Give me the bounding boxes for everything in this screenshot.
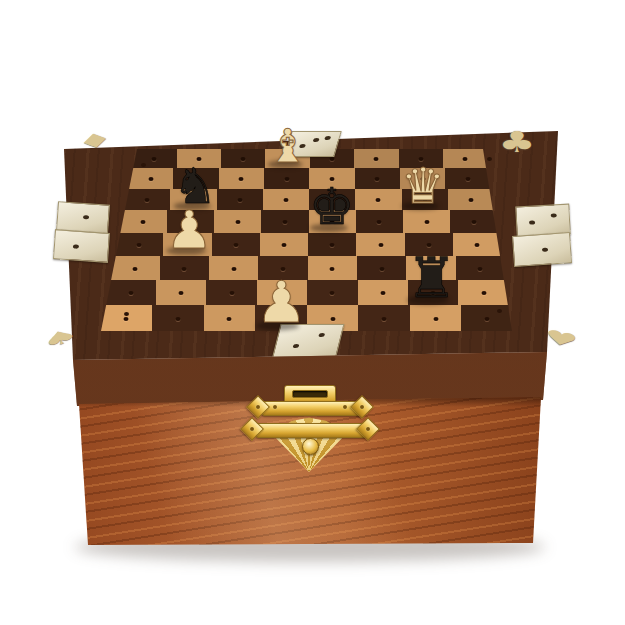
peg-hole — [433, 317, 438, 321]
peg-hole — [330, 243, 335, 247]
square-f7 — [355, 168, 400, 189]
peg-hole — [196, 157, 201, 161]
board-row-2 — [106, 280, 509, 306]
peg-hole — [380, 291, 385, 295]
peg-hole — [330, 267, 335, 271]
plate-dot — [529, 220, 535, 224]
peg-hole — [481, 291, 486, 295]
latch-stud — [360, 405, 364, 409]
peg-hole — [468, 198, 473, 202]
square-h7 — [445, 168, 490, 189]
peg-hole — [463, 157, 468, 161]
peg-hole — [466, 177, 471, 181]
peg-hole — [124, 312, 129, 316]
plate-dot — [299, 144, 306, 148]
plate-dot — [542, 247, 548, 251]
square-h3 — [456, 256, 505, 281]
peg-hole — [133, 267, 138, 271]
square-a4 — [115, 233, 163, 257]
domino-plate-left-lower — [53, 229, 110, 263]
peg-hole — [485, 317, 490, 321]
latch-stud — [256, 405, 260, 409]
square-a8 — [132, 149, 176, 169]
latch-bar-lower — [256, 423, 366, 438]
peg-hole — [278, 317, 283, 321]
square-b6 — [170, 189, 216, 211]
peg-hole — [420, 177, 425, 181]
peg-hole — [191, 198, 196, 202]
square-b8 — [177, 149, 221, 169]
peg-hole — [424, 220, 429, 224]
square-f5 — [356, 210, 403, 233]
square-b2 — [156, 280, 206, 306]
latch-slot — [292, 390, 328, 398]
peg-hole — [487, 157, 492, 161]
plate-dot — [73, 244, 79, 248]
square-d7 — [264, 168, 309, 189]
peg-hole — [237, 198, 242, 202]
peg-hole — [330, 157, 335, 161]
square-d3 — [258, 256, 307, 281]
peg-hole — [194, 177, 199, 181]
peg-hole — [330, 198, 335, 202]
domino-plate-right-lower — [512, 232, 572, 267]
peg-hole — [378, 243, 383, 247]
square-c1 — [204, 305, 256, 332]
square-c2 — [206, 280, 256, 306]
square-d2 — [257, 280, 307, 306]
square-g4 — [405, 233, 453, 257]
square-b4 — [163, 233, 211, 257]
peg-hole — [431, 291, 436, 295]
domino-plate-top — [284, 131, 341, 157]
peg-hole — [330, 177, 335, 181]
square-b5 — [167, 210, 214, 233]
peg-hole — [330, 220, 335, 224]
peg-hole — [376, 198, 381, 202]
domino-plate-bottom — [272, 324, 345, 360]
square-g1 — [410, 305, 462, 332]
square-a3 — [110, 256, 159, 281]
peg-hole — [148, 177, 153, 181]
peg-hole — [283, 198, 288, 202]
square-a1 — [101, 305, 153, 332]
square-a5 — [120, 210, 167, 233]
plate-dot — [325, 136, 332, 140]
square-c7 — [219, 168, 264, 189]
square-f1 — [358, 305, 410, 332]
peg-hole — [281, 267, 286, 271]
square-e2 — [307, 280, 357, 306]
peg-hole — [282, 220, 287, 224]
latch-stud — [343, 405, 347, 409]
square-d4 — [260, 233, 308, 257]
square-d6 — [263, 189, 309, 211]
product-photo: ♦♣♠♥ ♝♞♛♚♟♜♟ — [0, 0, 625, 625]
square-f6 — [355, 189, 401, 211]
peg-hole — [239, 177, 244, 181]
peg-hole — [429, 267, 434, 271]
peg-hole — [478, 267, 483, 271]
board-row-7 — [128, 168, 491, 189]
peg-hole — [233, 243, 238, 247]
peg-hole — [377, 220, 382, 224]
peg-hole — [241, 157, 246, 161]
square-a7 — [128, 168, 173, 189]
peg-hole — [422, 198, 427, 202]
peg-hole — [182, 267, 187, 271]
peg-hole — [471, 220, 476, 224]
square-b3 — [160, 256, 209, 281]
board-row-3 — [110, 256, 504, 281]
peg-hole — [284, 177, 289, 181]
peg-hole — [285, 157, 290, 161]
board-row-5 — [120, 210, 498, 233]
peg-hole — [497, 309, 502, 313]
square-g2 — [408, 280, 458, 306]
plate-dot — [551, 213, 557, 217]
square-d5 — [261, 210, 308, 233]
peg-hole — [152, 157, 157, 161]
square-e4 — [308, 233, 356, 257]
peg-hole — [145, 198, 150, 202]
square-b7 — [173, 168, 218, 189]
peg-hole — [280, 291, 285, 295]
latch-knob — [302, 438, 319, 455]
peg-hole — [124, 317, 129, 321]
square-e3 — [308, 256, 357, 281]
latch-stud — [366, 427, 370, 431]
square-c4 — [212, 233, 260, 257]
peg-hole — [379, 267, 384, 271]
board-row-4 — [115, 233, 501, 257]
peg-hole — [179, 291, 184, 295]
square-g7 — [400, 168, 445, 189]
peg-hole — [141, 220, 146, 224]
square-h2 — [458, 280, 508, 306]
plate-dot — [292, 344, 299, 348]
square-f3 — [357, 256, 406, 281]
square-b1 — [152, 305, 204, 332]
square-g3 — [406, 256, 455, 281]
plate-dot — [319, 333, 326, 337]
square-f8 — [354, 149, 398, 169]
square-c6 — [217, 189, 263, 211]
peg-hole — [382, 317, 387, 321]
square-c8 — [221, 149, 265, 169]
club-inlay-icon: ♣ — [498, 128, 535, 157]
latch-stud — [273, 405, 277, 409]
square-h4 — [453, 233, 501, 257]
latch-stud — [250, 427, 254, 431]
peg-hole — [229, 291, 234, 295]
peg-hole — [231, 267, 236, 271]
peg-hole — [188, 220, 193, 224]
peg-hole — [128, 291, 133, 295]
square-f2 — [358, 280, 408, 306]
peg-hole — [175, 317, 180, 321]
square-e7 — [309, 168, 354, 189]
plate-dot — [313, 138, 320, 142]
peg-hole — [330, 291, 335, 295]
peg-hole — [426, 243, 431, 247]
peg-hole — [282, 243, 287, 247]
square-g8 — [399, 149, 443, 169]
square-e5 — [309, 210, 356, 233]
square-h6 — [448, 189, 494, 211]
peg-hole — [141, 163, 146, 167]
square-e6 — [309, 189, 355, 211]
square-c5 — [214, 210, 261, 233]
square-h5 — [450, 210, 497, 233]
square-f4 — [356, 233, 404, 257]
board-row-6 — [124, 189, 494, 211]
square-g6 — [402, 189, 448, 211]
square-a2 — [106, 280, 156, 306]
square-a6 — [124, 189, 170, 211]
plate-dot — [82, 215, 88, 219]
peg-hole — [235, 220, 240, 224]
square-c3 — [209, 256, 258, 281]
peg-hole — [185, 243, 190, 247]
peg-hole — [330, 317, 335, 321]
peg-hole — [418, 157, 423, 161]
peg-hole — [137, 243, 142, 247]
peg-hole — [374, 157, 379, 161]
square-h8 — [443, 149, 487, 169]
square-g5 — [403, 210, 450, 233]
peg-hole — [227, 317, 232, 321]
peg-hole — [475, 243, 480, 247]
peg-hole — [375, 177, 380, 181]
square-h1 — [461, 305, 513, 332]
heart-inlay-icon: ♥ — [543, 327, 580, 352]
